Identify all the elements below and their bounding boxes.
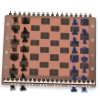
- border-motif-icon: ◇: [91, 53, 94, 57]
- photo-background: 8◇8◇ ∀Ω◇8 ♜♞♝♛♚♝♞♜♟♟♟♟♟♟♟♟♜♞♝♛♚♝♞♜♟♟♟♟♟♟…: [0, 0, 100, 100]
- board-pieces: ♜♞♝♛♚♝♞♜♟♟♟♟♟♟♟♟♜♞♝♛♚♝♞♜♟♟♟♟♟♟♟♟: [9, 17, 89, 77]
- play-area: ♜♞♝♛♚♝♞♜♟♟♟♟♟♟♟♟♜♞♝♛♚♝♞♜♟♟♟♟♟♟♟♟: [9, 17, 89, 77]
- leather-frame: 8◇8◇ ∀Ω◇8 ♜♞♝♛♚♝♞♜♟♟♟♟♟♟♟♟♜♞♝♛♚♝♞♜♟♟♟♟♟♟…: [1, 15, 96, 88]
- border-motif-icon: 8: [91, 67, 94, 71]
- right-border-motifs: ∀Ω◇8: [89, 20, 95, 76]
- border-motif-icon: Ω: [91, 39, 94, 43]
- chess-board: 8◇8◇ ∀Ω◇8 ♜♞♝♛♚♝♞♜♟♟♟♟♟♟♟♟♜♞♝♛♚♝♞♜♟♟♟♟♟♟…: [1, 11, 96, 88]
- border-motif-icon: ∀: [91, 25, 94, 29]
- border-motif-icon: ◇: [4, 65, 7, 69]
- border-motif-icon: ◇: [6, 36, 9, 40]
